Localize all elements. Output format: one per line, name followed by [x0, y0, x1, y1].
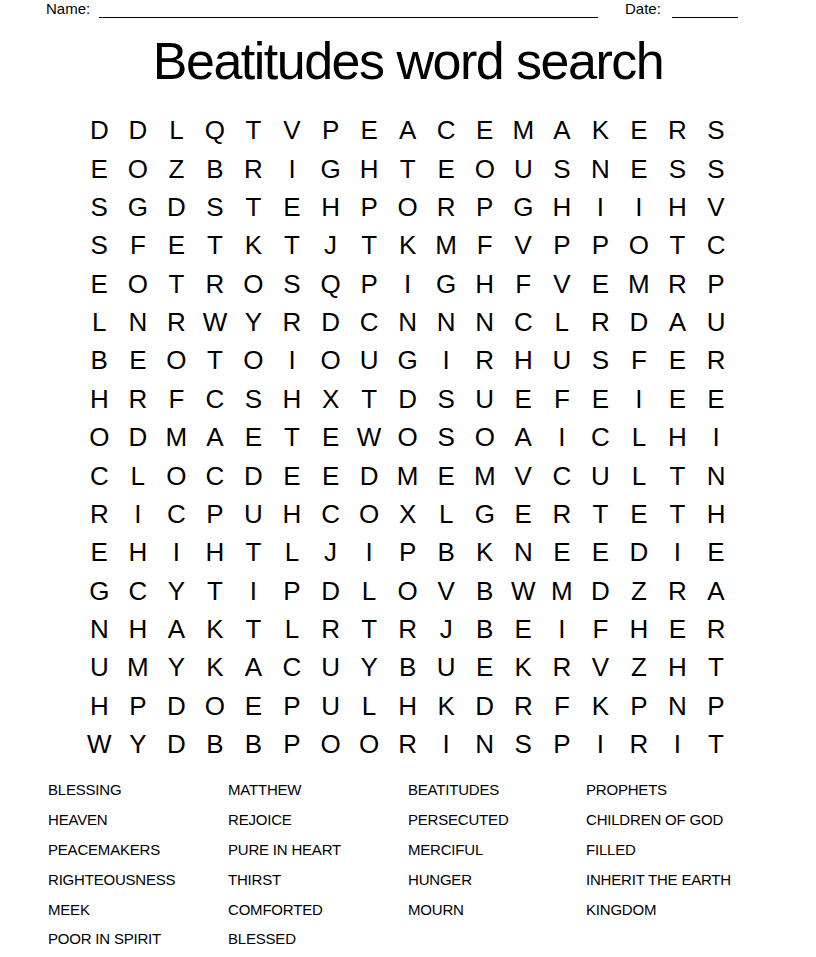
grid-cell-r14c9[interactable]: R	[388, 610, 427, 648]
grid-cell-r16c6[interactable]: P	[273, 687, 312, 725]
grid-cell-r7c3[interactable]: O	[157, 341, 196, 379]
grid-cell-r9c7[interactable]: E	[311, 418, 350, 456]
grid-cell-r12c3[interactable]: I	[157, 533, 196, 571]
grid-cell-r16c14[interactable]: K	[581, 687, 620, 725]
grid-cell-r6c1[interactable]: L	[80, 303, 119, 341]
grid-cell-r13c4[interactable]: T	[196, 572, 235, 610]
grid-cell-r14c11[interactable]: B	[465, 610, 504, 648]
grid-cell-r12c4[interactable]: H	[196, 533, 235, 571]
grid-cell-r10c8[interactable]: D	[350, 456, 389, 494]
grid-cell-r6c2[interactable]: N	[119, 303, 158, 341]
grid-cell-r6c17[interactable]: U	[697, 303, 736, 341]
word-bank-item: PERSECUTED	[408, 810, 509, 840]
grid-cell-r13c11[interactable]: B	[465, 572, 504, 610]
grid-cell-r8c7[interactable]: X	[311, 380, 350, 418]
grid-cell-r7c10[interactable]: I	[427, 341, 466, 379]
grid-cell-r8c15[interactable]: I	[620, 380, 659, 418]
grid-cell-r13c10[interactable]: V	[427, 572, 466, 610]
grid-cell-r14c8[interactable]: T	[350, 610, 389, 648]
grid-cell-r17c8[interactable]: O	[350, 725, 389, 763]
grid-cell-r5c10[interactable]: G	[427, 265, 466, 303]
grid-cell-r4c4[interactable]: T	[196, 226, 235, 264]
grid-cell-r9c16[interactable]: H	[658, 418, 697, 456]
grid-cell-r2c2[interactable]: O	[119, 149, 158, 187]
grid-cell-r5c4[interactable]: R	[196, 265, 235, 303]
grid-cell-r6c6[interactable]: R	[273, 303, 312, 341]
grid-cell-r2c13[interactable]: S	[543, 149, 582, 187]
grid-cell-r9c4[interactable]: A	[196, 418, 235, 456]
grid-cell-r1c11[interactable]: E	[465, 111, 504, 149]
grid-cell-r6c7[interactable]: D	[311, 303, 350, 341]
grid-cell-r8c11[interactable]: U	[465, 380, 504, 418]
grid-cell-r17c15[interactable]: R	[620, 725, 659, 763]
grid-cell-r15c15[interactable]: Z	[620, 648, 659, 686]
grid-cell-r15c2[interactable]: M	[119, 648, 158, 686]
grid-cell-r7c9[interactable]: G	[388, 341, 427, 379]
grid-cell-r16c3[interactable]: D	[157, 687, 196, 725]
name-label: Name:	[46, 0, 90, 18]
grid-cell-r12c1[interactable]: E	[80, 533, 119, 571]
word-bank-item: MATTHEW	[228, 780, 341, 810]
grid-cell-r5c17[interactable]: P	[697, 265, 736, 303]
grid-cell-r1c12[interactable]: M	[504, 111, 543, 149]
word-bank-column-1: BLESSINGHEAVENPEACEMAKERSRIGHTEOUSNESSME…	[48, 780, 175, 957]
grid-cell-r8c2[interactable]: R	[119, 380, 158, 418]
grid-cell-r10c2[interactable]: L	[119, 456, 158, 494]
grid-cell-r4c14[interactable]: P	[581, 226, 620, 264]
grid-cell-r7c16[interactable]: E	[658, 341, 697, 379]
grid-cell-r6c8[interactable]: C	[350, 303, 389, 341]
grid-cell-r2c15[interactable]: E	[620, 149, 659, 187]
grid-cell-r1c13[interactable]: A	[543, 111, 582, 149]
grid-cell-r15c7[interactable]: U	[311, 648, 350, 686]
grid-cell-r4c8[interactable]: T	[350, 226, 389, 264]
grid-cell-r8c12[interactable]: E	[504, 380, 543, 418]
grid-cell-r8c14[interactable]: E	[581, 380, 620, 418]
grid-cell-r16c12[interactable]: R	[504, 687, 543, 725]
grid-cell-r3c1[interactable]: S	[80, 188, 119, 226]
grid-cell-r2c8[interactable]: H	[350, 149, 389, 187]
grid-cell-r3c4[interactable]: S	[196, 188, 235, 226]
grid-cell-r12c7[interactable]: J	[311, 533, 350, 571]
page-title: Beatitudes word search	[0, 33, 816, 90]
grid-cell-r7c15[interactable]: F	[620, 341, 659, 379]
grid-cell-r8c4[interactable]: C	[196, 380, 235, 418]
grid-cell-r8c13[interactable]: F	[543, 380, 582, 418]
grid-cell-r13c17[interactable]: A	[697, 572, 736, 610]
grid-cell-r15c13[interactable]: R	[543, 648, 582, 686]
grid-cell-r15c9[interactable]: B	[388, 648, 427, 686]
grid-cell-r13c1[interactable]: G	[80, 572, 119, 610]
grid-cell-r5c5[interactable]: O	[234, 265, 273, 303]
grid-cell-r1c2[interactable]: D	[119, 111, 158, 149]
grid-cell-r17c12[interactable]: S	[504, 725, 543, 763]
grid-cell-r13c13[interactable]: M	[543, 572, 582, 610]
grid-cell-r6c9[interactable]: N	[388, 303, 427, 341]
grid-cell-r12c2[interactable]: H	[119, 533, 158, 571]
grid-cell-r10c4[interactable]: C	[196, 456, 235, 494]
word-bank-item: PEACEMAKERS	[48, 840, 175, 870]
grid-cell-r14c4[interactable]: K	[196, 610, 235, 648]
grid-cell-r2c12[interactable]: U	[504, 149, 543, 187]
grid-cell-r7c17[interactable]: R	[697, 341, 736, 379]
grid-cell-r8c5[interactable]: S	[234, 380, 273, 418]
grid-cell-r13c9[interactable]: O	[388, 572, 427, 610]
grid-cell-r12c16[interactable]: I	[658, 533, 697, 571]
grid-cell-r10c9[interactable]: M	[388, 456, 427, 494]
grid-cell-r11c5[interactable]: U	[234, 495, 273, 533]
grid-cell-r14c2[interactable]: H	[119, 610, 158, 648]
grid-cell-r9c1[interactable]: O	[80, 418, 119, 456]
grid-cell-r5c15[interactable]: M	[620, 265, 659, 303]
grid-cell-r3c2[interactable]: G	[119, 188, 158, 226]
grid-cell-r1c4[interactable]: Q	[196, 111, 235, 149]
grid-cell-r4c2[interactable]: F	[119, 226, 158, 264]
grid-cell-r4c13[interactable]: P	[543, 226, 582, 264]
grid-cell-r14c15[interactable]: H	[620, 610, 659, 648]
grid-cell-r11c1[interactable]: R	[80, 495, 119, 533]
grid-cell-r5c14[interactable]: E	[581, 265, 620, 303]
grid-cell-r11c6[interactable]: H	[273, 495, 312, 533]
grid-cell-r3c14[interactable]: I	[581, 188, 620, 226]
grid-cell-r6c11[interactable]: N	[465, 303, 504, 341]
grid-cell-r16c17[interactable]: P	[697, 687, 736, 725]
grid-cell-r5c11[interactable]: H	[465, 265, 504, 303]
grid-cell-r17c3[interactable]: D	[157, 725, 196, 763]
grid-cell-r10c10[interactable]: E	[427, 456, 466, 494]
grid-cell-r16c9[interactable]: H	[388, 687, 427, 725]
grid-cell-r17c4[interactable]: B	[196, 725, 235, 763]
grid-cell-r6c5[interactable]: Y	[234, 303, 273, 341]
grid-cell-r16c5[interactable]: E	[234, 687, 273, 725]
grid-cell-r8c8[interactable]: T	[350, 380, 389, 418]
grid-cell-r15c14[interactable]: V	[581, 648, 620, 686]
grid-cell-r7c4[interactable]: T	[196, 341, 235, 379]
grid-cell-r12c14[interactable]: E	[581, 533, 620, 571]
grid-cell-r12c8[interactable]: I	[350, 533, 389, 571]
grid-cell-r17c1[interactable]: W	[80, 725, 119, 763]
grid-cell-r1c3[interactable]: L	[157, 111, 196, 149]
grid-cell-r17c17[interactable]: T	[697, 725, 736, 763]
grid-cell-r17c6[interactable]: P	[273, 725, 312, 763]
grid-cell-r7c2[interactable]: E	[119, 341, 158, 379]
grid-cell-r7c1[interactable]: B	[80, 341, 119, 379]
grid-cell-r13c14[interactable]: D	[581, 572, 620, 610]
grid-cell-r14c13[interactable]: I	[543, 610, 582, 648]
grid-cell-r7c8[interactable]: U	[350, 341, 389, 379]
grid-cell-r9c8[interactable]: W	[350, 418, 389, 456]
grid-cell-r9c5[interactable]: E	[234, 418, 273, 456]
grid-cell-r5c9[interactable]: I	[388, 265, 427, 303]
grid-cell-r15c3[interactable]: Y	[157, 648, 196, 686]
grid-cell-r15c17[interactable]: T	[697, 648, 736, 686]
grid-cell-r5c6[interactable]: S	[273, 265, 312, 303]
grid-cell-r14c14[interactable]: F	[581, 610, 620, 648]
grid-cell-r9c12[interactable]: A	[504, 418, 543, 456]
grid-cell-r7c14[interactable]: S	[581, 341, 620, 379]
grid-cell-r4c6[interactable]: T	[273, 226, 312, 264]
grid-cell-r3c10[interactable]: R	[427, 188, 466, 226]
grid-cell-r11c3[interactable]: C	[157, 495, 196, 533]
grid-cell-r17c11[interactable]: N	[465, 725, 504, 763]
grid-cell-r17c13[interactable]: P	[543, 725, 582, 763]
grid-cell-r10c1[interactable]: C	[80, 456, 119, 494]
grid-cell-r11c4[interactable]: P	[196, 495, 235, 533]
grid-cell-r11c17[interactable]: H	[697, 495, 736, 533]
grid-cell-r1c14[interactable]: K	[581, 111, 620, 149]
grid-cell-r17c14[interactable]: I	[581, 725, 620, 763]
grid-cell-r6c12[interactable]: C	[504, 303, 543, 341]
grid-cell-r1c7[interactable]: P	[311, 111, 350, 149]
grid-cell-r9c9[interactable]: O	[388, 418, 427, 456]
grid-cell-r16c2[interactable]: P	[119, 687, 158, 725]
grid-cell-r12c12[interactable]: N	[504, 533, 543, 571]
grid-cell-r4c9[interactable]: K	[388, 226, 427, 264]
grid-cell-r2c7[interactable]: G	[311, 149, 350, 187]
grid-cell-r15c12[interactable]: K	[504, 648, 543, 686]
grid-cell-r15c1[interactable]: U	[80, 648, 119, 686]
grid-cell-r3c13[interactable]: H	[543, 188, 582, 226]
grid-cell-r5c3[interactable]: T	[157, 265, 196, 303]
grid-cell-r14c5[interactable]: T	[234, 610, 273, 648]
grid-cell-r15c16[interactable]: H	[658, 648, 697, 686]
grid-cell-r6c3[interactable]: R	[157, 303, 196, 341]
grid-cell-r15c4[interactable]: K	[196, 648, 235, 686]
grid-cell-r2c4[interactable]: B	[196, 149, 235, 187]
grid-cell-r2c14[interactable]: N	[581, 149, 620, 187]
grid-cell-r3c17[interactable]: V	[697, 188, 736, 226]
grid-cell-r12c17[interactable]: E	[697, 533, 736, 571]
grid-cell-r3c9[interactable]: O	[388, 188, 427, 226]
grid-cell-r4c10[interactable]: M	[427, 226, 466, 264]
grid-cell-r1c17[interactable]: S	[697, 111, 736, 149]
grid-cell-r17c7[interactable]: O	[311, 725, 350, 763]
grid-cell-r9c6[interactable]: T	[273, 418, 312, 456]
grid-cell-r14c1[interactable]: N	[80, 610, 119, 648]
grid-cell-r13c7[interactable]: D	[311, 572, 350, 610]
grid-cell-r3c16[interactable]: H	[658, 188, 697, 226]
grid-cell-r4c17[interactable]: C	[697, 226, 736, 264]
grid-cell-r2c9[interactable]: T	[388, 149, 427, 187]
grid-cell-r7c13[interactable]: U	[543, 341, 582, 379]
grid-cell-r11c11[interactable]: G	[465, 495, 504, 533]
grid-cell-r12c13[interactable]: E	[543, 533, 582, 571]
grid-cell-r16c13[interactable]: F	[543, 687, 582, 725]
grid-cell-r3c15[interactable]: I	[620, 188, 659, 226]
grid-cell-r8c10[interactable]: S	[427, 380, 466, 418]
grid-cell-r5c2[interactable]: O	[119, 265, 158, 303]
grid-cell-r7c6[interactable]: I	[273, 341, 312, 379]
grid-cell-r16c4[interactable]: O	[196, 687, 235, 725]
grid-cell-r16c16[interactable]: N	[658, 687, 697, 725]
grid-cell-r2c10[interactable]: E	[427, 149, 466, 187]
grid-cell-r10c15[interactable]: L	[620, 456, 659, 494]
grid-cell-r12c9[interactable]: P	[388, 533, 427, 571]
grid-cell-r10c16[interactable]: T	[658, 456, 697, 494]
grid-cell-r15c5[interactable]: A	[234, 648, 273, 686]
grid-cell-r8c1[interactable]: H	[80, 380, 119, 418]
grid-cell-r3c7[interactable]: H	[311, 188, 350, 226]
grid-cell-r1c5[interactable]: T	[234, 111, 273, 149]
grid-cell-r10c11[interactable]: M	[465, 456, 504, 494]
grid-cell-r10c14[interactable]: U	[581, 456, 620, 494]
grid-cell-r5c12[interactable]: F	[504, 265, 543, 303]
grid-cell-r8c16[interactable]: E	[658, 380, 697, 418]
grid-cell-r14c16[interactable]: E	[658, 610, 697, 648]
grid-cell-r9c15[interactable]: L	[620, 418, 659, 456]
grid-cell-r17c2[interactable]: Y	[119, 725, 158, 763]
grid-cell-r13c3[interactable]: Y	[157, 572, 196, 610]
worksheet-page: Name: Date: Beatitudes word search DDLQT…	[0, 0, 816, 957]
grid-cell-r2c1[interactable]: E	[80, 149, 119, 187]
grid-cell-r2c16[interactable]: S	[658, 149, 697, 187]
grid-cell-r11c15[interactable]: E	[620, 495, 659, 533]
grid-cell-r4c12[interactable]: V	[504, 226, 543, 264]
grid-cell-r11c2[interactable]: I	[119, 495, 158, 533]
date-field-line[interactable]	[672, 0, 738, 18]
grid-cell-r8c3[interactable]: F	[157, 380, 196, 418]
grid-cell-r6c14[interactable]: R	[581, 303, 620, 341]
grid-cell-r1c8[interactable]: E	[350, 111, 389, 149]
grid-cell-r5c16[interactable]: R	[658, 265, 697, 303]
grid-cell-r9c17[interactable]: I	[697, 418, 736, 456]
grid-cell-r11c8[interactable]: O	[350, 495, 389, 533]
grid-cell-r9c13[interactable]: I	[543, 418, 582, 456]
grid-cell-r11c14[interactable]: T	[581, 495, 620, 533]
grid-cell-r3c5[interactable]: T	[234, 188, 273, 226]
grid-cell-r2c5[interactable]: R	[234, 149, 273, 187]
grid-cell-r7c7[interactable]: O	[311, 341, 350, 379]
grid-cell-r1c9[interactable]: A	[388, 111, 427, 149]
grid-cell-r13c6[interactable]: P	[273, 572, 312, 610]
grid-cell-r6c15[interactable]: D	[620, 303, 659, 341]
grid-cell-r11c9[interactable]: X	[388, 495, 427, 533]
grid-cell-r15c10[interactable]: U	[427, 648, 466, 686]
grid-cell-r7c11[interactable]: R	[465, 341, 504, 379]
grid-cell-r6c16[interactable]: A	[658, 303, 697, 341]
name-field-line[interactable]	[99, 0, 598, 18]
grid-cell-r17c10[interactable]: I	[427, 725, 466, 763]
grid-cell-r13c8[interactable]: L	[350, 572, 389, 610]
grid-cell-r14c3[interactable]: A	[157, 610, 196, 648]
grid-cell-r11c13[interactable]: R	[543, 495, 582, 533]
grid-cell-r17c16[interactable]: I	[658, 725, 697, 763]
grid-cell-r3c11[interactable]: P	[465, 188, 504, 226]
grid-cell-r10c6[interactable]: E	[273, 456, 312, 494]
grid-cell-r16c15[interactable]: P	[620, 687, 659, 725]
grid-cell-r4c3[interactable]: E	[157, 226, 196, 264]
grid-cell-r10c7[interactable]: E	[311, 456, 350, 494]
grid-cell-r3c6[interactable]: E	[273, 188, 312, 226]
grid-cell-r13c5[interactable]: I	[234, 572, 273, 610]
grid-cell-r3c8[interactable]: P	[350, 188, 389, 226]
grid-cell-r10c3[interactable]: O	[157, 456, 196, 494]
grid-cell-r17c9[interactable]: R	[388, 725, 427, 763]
grid-cell-r11c7[interactable]: C	[311, 495, 350, 533]
grid-cell-r9c14[interactable]: C	[581, 418, 620, 456]
word-bank-column-3: BEATITUDESPERSECUTEDMERCIFULHUNGERMOURN	[408, 780, 509, 929]
grid-cell-r2c17[interactable]: S	[697, 149, 736, 187]
grid-cell-r5c7[interactable]: Q	[311, 265, 350, 303]
grid-cell-r13c16[interactable]: R	[658, 572, 697, 610]
grid-cell-r13c12[interactable]: W	[504, 572, 543, 610]
grid-cell-r4c7[interactable]: J	[311, 226, 350, 264]
grid-cell-r9c11[interactable]: O	[465, 418, 504, 456]
grid-cell-r17c5[interactable]: B	[234, 725, 273, 763]
grid-cell-r9c10[interactable]: S	[427, 418, 466, 456]
grid-cell-r9c2[interactable]: D	[119, 418, 158, 456]
grid-cell-r1c10[interactable]: C	[427, 111, 466, 149]
grid-cell-r16c11[interactable]: D	[465, 687, 504, 725]
word-bank-item: PURE IN HEART	[228, 840, 341, 870]
grid-cell-r4c16[interactable]: T	[658, 226, 697, 264]
grid-cell-r10c5[interactable]: D	[234, 456, 273, 494]
grid-cell-r16c8[interactable]: L	[350, 687, 389, 725]
grid-cell-r6c10[interactable]: N	[427, 303, 466, 341]
grid-cell-r2c3[interactable]: Z	[157, 149, 196, 187]
grid-cell-r11c12[interactable]: E	[504, 495, 543, 533]
grid-cell-r5c13[interactable]: V	[543, 265, 582, 303]
grid-cell-r2c6[interactable]: I	[273, 149, 312, 187]
grid-cell-r8c6[interactable]: H	[273, 380, 312, 418]
grid-cell-r1c6[interactable]: V	[273, 111, 312, 149]
grid-cell-r7c12[interactable]: H	[504, 341, 543, 379]
grid-cell-r2c11[interactable]: O	[465, 149, 504, 187]
grid-cell-r5c8[interactable]: P	[350, 265, 389, 303]
grid-cell-r14c12[interactable]: E	[504, 610, 543, 648]
grid-cell-r12c6[interactable]: L	[273, 533, 312, 571]
grid-cell-r14c7[interactable]: R	[311, 610, 350, 648]
grid-cell-r10c17[interactable]: N	[697, 456, 736, 494]
grid-cell-r11c10[interactable]: L	[427, 495, 466, 533]
grid-cell-r10c12[interactable]: V	[504, 456, 543, 494]
grid-cell-r10c13[interactable]: C	[543, 456, 582, 494]
grid-cell-r8c17[interactable]: E	[697, 380, 736, 418]
grid-cell-r11c16[interactable]: T	[658, 495, 697, 533]
grid-cell-r14c6[interactable]: L	[273, 610, 312, 648]
grid-cell-r6c13[interactable]: L	[543, 303, 582, 341]
grid-cell-r4c11[interactable]: F	[465, 226, 504, 264]
grid-cell-r12c15[interactable]: D	[620, 533, 659, 571]
grid-cell-r8c9[interactable]: D	[388, 380, 427, 418]
grid-cell-r4c15[interactable]: O	[620, 226, 659, 264]
grid-cell-r12c11[interactable]: K	[465, 533, 504, 571]
grid-cell-r9c3[interactable]: M	[157, 418, 196, 456]
grid-cell-r12c10[interactable]: B	[427, 533, 466, 571]
grid-cell-r5c1[interactable]: E	[80, 265, 119, 303]
grid-cell-r1c15[interactable]: E	[620, 111, 659, 149]
grid-cell-r16c1[interactable]: H	[80, 687, 119, 725]
grid-cell-r14c17[interactable]: R	[697, 610, 736, 648]
grid-cell-r1c16[interactable]: R	[658, 111, 697, 149]
grid-cell-r7c5[interactable]: O	[234, 341, 273, 379]
grid-cell-r16c10[interactable]: K	[427, 687, 466, 725]
grid-cell-r14c10[interactable]: J	[427, 610, 466, 648]
grid-cell-r4c1[interactable]: S	[80, 226, 119, 264]
grid-cell-r13c15[interactable]: Z	[620, 572, 659, 610]
grid-cell-r3c3[interactable]: D	[157, 188, 196, 226]
grid-cell-r16c7[interactable]: U	[311, 687, 350, 725]
grid-cell-r4c5[interactable]: K	[234, 226, 273, 264]
grid-cell-r13c2[interactable]: C	[119, 572, 158, 610]
grid-cell-r1c1[interactable]: D	[80, 111, 119, 149]
grid-cell-r3c12[interactable]: G	[504, 188, 543, 226]
grid-cell-r15c11[interactable]: E	[465, 648, 504, 686]
grid-cell-r6c4[interactable]: W	[196, 303, 235, 341]
grid-cell-r15c6[interactable]: C	[273, 648, 312, 686]
grid-cell-r12c5[interactable]: T	[234, 533, 273, 571]
grid-cell-r15c8[interactable]: Y	[350, 648, 389, 686]
